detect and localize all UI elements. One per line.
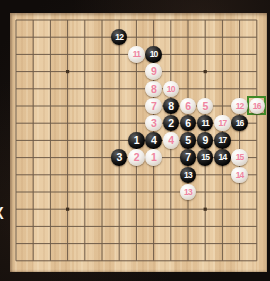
stone-black-8[interactable]: 8 (163, 98, 180, 115)
stone-black-9[interactable]: 9 (197, 132, 214, 149)
stone-number: 11 (201, 115, 208, 132)
stone-number: 4 (168, 132, 173, 149)
stone-number: 14 (236, 167, 244, 184)
stone-black-13[interactable]: 13 (180, 167, 197, 184)
stone-black-6[interactable]: 6 (180, 115, 197, 132)
stone-white-11[interactable]: 11 (128, 46, 145, 63)
stone-number: 3 (151, 115, 156, 132)
gomoku-board[interactable]: 1234567891011121314151617123456789101112… (10, 13, 267, 272)
stone-white-15[interactable]: 15 (231, 149, 248, 166)
stone-black-14[interactable]: 14 (214, 149, 231, 166)
stone-number: 3 (117, 149, 122, 166)
stone-number: 2 (168, 115, 173, 132)
stone-white-12[interactable]: 12 (231, 98, 248, 115)
stone-white-7[interactable]: 7 (145, 98, 162, 115)
stone-black-11[interactable]: 11 (197, 115, 214, 132)
stone-number: 12 (236, 98, 244, 115)
stone-number: 6 (185, 98, 190, 115)
stone-number: 7 (185, 149, 190, 166)
stone-number: 10 (167, 81, 175, 98)
stone-number: 8 (168, 98, 173, 115)
stone-number: 8 (151, 81, 156, 98)
app-background: X 12345678910111213141516171234567891011… (0, 0, 270, 281)
stone-white-5[interactable]: 5 (197, 98, 214, 115)
stone-number: 16 (253, 98, 261, 115)
stone-number: 4 (151, 132, 156, 149)
stone-black-1[interactable]: 1 (128, 132, 145, 149)
stone-number: 15 (201, 149, 209, 166)
stone-black-2[interactable]: 2 (163, 115, 180, 132)
stone-number: 7 (151, 98, 156, 115)
stone-number: 9 (151, 63, 156, 80)
stone-black-17[interactable]: 17 (214, 132, 231, 149)
stone-number: 13 (184, 184, 192, 201)
stone-number: 9 (203, 132, 208, 149)
stone-number: 1 (134, 132, 139, 149)
stone-number: 17 (218, 132, 226, 149)
stone-number: 15 (236, 149, 244, 166)
stone-number: 14 (218, 149, 226, 166)
stone-white-14[interactable]: 14 (231, 167, 248, 184)
stone-black-16[interactable]: 16 (231, 115, 248, 132)
stone-number: 12 (115, 29, 123, 46)
stone-white-9[interactable]: 9 (145, 63, 162, 80)
clipped-background-text: X (0, 206, 4, 222)
stone-black-5[interactable]: 5 (180, 132, 197, 149)
stone-black-3[interactable]: 3 (111, 149, 128, 166)
stone-black-7[interactable]: 7 (180, 149, 197, 166)
stone-number: 5 (203, 98, 208, 115)
stone-number: 2 (134, 149, 139, 166)
stone-black-4[interactable]: 4 (145, 132, 162, 149)
stone-white-13[interactable]: 13 (180, 184, 197, 201)
stone-number: 17 (218, 115, 226, 132)
stone-number: 6 (185, 115, 190, 132)
stone-white-10[interactable]: 10 (163, 81, 180, 98)
stone-number: 1 (151, 149, 156, 166)
stone-white-1[interactable]: 1 (145, 149, 162, 166)
stone-number: 11 (133, 46, 140, 63)
stone-white-8[interactable]: 8 (145, 81, 162, 98)
stone-number: 10 (150, 46, 158, 63)
stone-white-2[interactable]: 2 (128, 149, 145, 166)
stone-white-3[interactable]: 3 (145, 115, 162, 132)
stone-number: 16 (236, 115, 244, 132)
stone-black-15[interactable]: 15 (197, 149, 214, 166)
stones-layer: 1234567891011121314151617123456789101112… (10, 13, 267, 272)
stone-black-12[interactable]: 12 (111, 29, 128, 46)
stone-white-17[interactable]: 17 (214, 115, 231, 132)
stone-black-10[interactable]: 10 (145, 46, 162, 63)
stone-number: 13 (184, 167, 192, 184)
stone-number: 5 (185, 132, 190, 149)
stone-white-4[interactable]: 4 (163, 132, 180, 149)
stone-white-6[interactable]: 6 (180, 98, 197, 115)
